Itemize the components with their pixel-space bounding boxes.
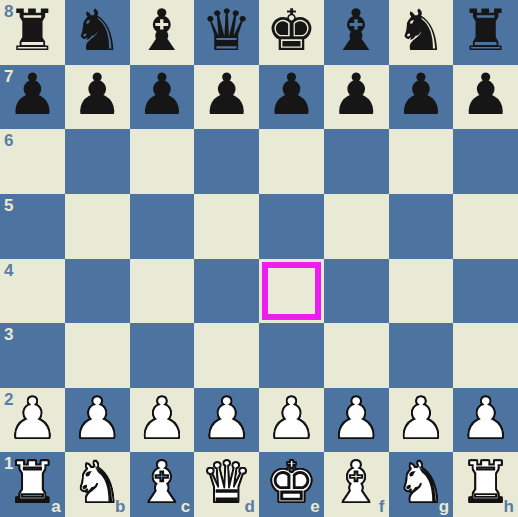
square-a7[interactable]: 7♟ [0, 65, 65, 130]
file-label-g: g [439, 498, 449, 515]
square-d8[interactable]: ♛ [194, 0, 259, 65]
piece-white-pawn: ♟ [201, 390, 252, 447]
square-c2[interactable]: ♟ [130, 388, 195, 453]
square-g2[interactable]: ♟ [389, 388, 454, 453]
square-g4[interactable] [389, 259, 454, 324]
square-g7[interactable]: ♟ [389, 65, 454, 130]
rank-label-8: 8 [4, 3, 13, 20]
rank-label-5: 5 [4, 197, 13, 214]
square-d1[interactable]: d♛ [194, 452, 259, 517]
piece-white-queen: ♛ [201, 454, 252, 511]
square-f2[interactable]: ♟ [324, 388, 389, 453]
square-c3[interactable] [130, 323, 195, 388]
square-f1[interactable]: f♝ [324, 452, 389, 517]
square-e6[interactable] [259, 129, 324, 194]
piece-black-king: ♚ [266, 2, 317, 59]
piece-white-pawn: ♟ [136, 390, 187, 447]
file-label-d: d [245, 498, 255, 515]
file-label-c: c [181, 498, 190, 515]
square-b1[interactable]: b♞ [65, 452, 130, 517]
square-a4[interactable]: 4 [0, 259, 65, 324]
square-f4[interactable] [324, 259, 389, 324]
piece-black-pawn: ♟ [136, 66, 187, 123]
square-e8[interactable]: ♚ [259, 0, 324, 65]
square-e5[interactable] [259, 194, 324, 259]
square-g6[interactable] [389, 129, 454, 194]
square-c7[interactable]: ♟ [130, 65, 195, 130]
square-c8[interactable]: ♝ [130, 0, 195, 65]
square-d2[interactable]: ♟ [194, 388, 259, 453]
square-f8[interactable]: ♝ [324, 0, 389, 65]
rank-label-3: 3 [4, 326, 13, 343]
square-e3[interactable] [259, 323, 324, 388]
square-f5[interactable] [324, 194, 389, 259]
piece-black-queen: ♛ [201, 2, 252, 59]
square-b4[interactable] [65, 259, 130, 324]
square-b6[interactable] [65, 129, 130, 194]
piece-white-pawn: ♟ [331, 390, 382, 447]
piece-white-pawn: ♟ [7, 390, 58, 447]
square-b2[interactable]: ♟ [65, 388, 130, 453]
square-h1[interactable]: h♜ [453, 452, 518, 517]
square-b8[interactable]: ♞ [65, 0, 130, 65]
square-c4[interactable] [130, 259, 195, 324]
square-a8[interactable]: 8♜ [0, 0, 65, 65]
square-c1[interactable]: c♝ [130, 452, 195, 517]
piece-black-rook: ♜ [460, 2, 511, 59]
square-h8[interactable]: ♜ [453, 0, 518, 65]
piece-black-bishop: ♝ [136, 2, 187, 59]
square-e2[interactable]: ♟ [259, 388, 324, 453]
square-e1[interactable]: e♚ [259, 452, 324, 517]
piece-black-pawn: ♟ [331, 66, 382, 123]
square-h3[interactable] [453, 323, 518, 388]
square-d4[interactable] [194, 259, 259, 324]
square-f3[interactable] [324, 323, 389, 388]
piece-white-knight: ♞ [395, 454, 446, 511]
square-b3[interactable] [65, 323, 130, 388]
file-label-a: a [51, 498, 60, 515]
square-g5[interactable] [389, 194, 454, 259]
piece-black-bishop: ♝ [331, 2, 382, 59]
rank-label-4: 4 [4, 262, 13, 279]
piece-black-pawn: ♟ [7, 66, 58, 123]
piece-black-rook: ♜ [7, 2, 58, 59]
piece-white-knight: ♞ [72, 454, 123, 511]
file-label-f: f [379, 498, 385, 515]
square-a5[interactable]: 5 [0, 194, 65, 259]
square-f7[interactable]: ♟ [324, 65, 389, 130]
piece-white-rook: ♜ [7, 454, 58, 511]
piece-black-pawn: ♟ [395, 66, 446, 123]
piece-black-knight: ♞ [72, 2, 123, 59]
file-label-e: e [310, 498, 319, 515]
square-a1[interactable]: 1a♜ [0, 452, 65, 517]
square-c5[interactable] [130, 194, 195, 259]
piece-white-bishop: ♝ [136, 454, 187, 511]
rank-label-6: 6 [4, 132, 13, 149]
square-h7[interactable]: ♟ [453, 65, 518, 130]
square-h6[interactable] [453, 129, 518, 194]
square-d5[interactable] [194, 194, 259, 259]
file-label-h: h [504, 498, 514, 515]
piece-black-pawn: ♟ [201, 66, 252, 123]
highlight-square-e4 [262, 262, 321, 321]
square-b7[interactable]: ♟ [65, 65, 130, 130]
square-h2[interactable]: ♟ [453, 388, 518, 453]
piece-black-pawn: ♟ [460, 66, 511, 123]
square-a3[interactable]: 3 [0, 323, 65, 388]
chess-board: 8♜♞♝♛♚♝♞♜7♟♟♟♟♟♟♟♟65432♟♟♟♟♟♟♟♟1a♜b♞c♝d♛… [0, 0, 518, 517]
rank-label-7: 7 [4, 68, 13, 85]
piece-white-pawn: ♟ [395, 390, 446, 447]
square-e7[interactable]: ♟ [259, 65, 324, 130]
rank-label-1: 1 [4, 455, 13, 472]
piece-white-bishop: ♝ [331, 454, 382, 511]
square-b5[interactable] [65, 194, 130, 259]
square-f6[interactable] [324, 129, 389, 194]
square-h4[interactable] [453, 259, 518, 324]
file-label-b: b [115, 498, 125, 515]
piece-white-pawn: ♟ [266, 390, 317, 447]
rank-label-2: 2 [4, 391, 13, 408]
piece-black-pawn: ♟ [266, 66, 317, 123]
square-d6[interactable] [194, 129, 259, 194]
piece-white-pawn: ♟ [460, 390, 511, 447]
square-g3[interactable] [389, 323, 454, 388]
square-d7[interactable]: ♟ [194, 65, 259, 130]
square-c6[interactable] [130, 129, 195, 194]
square-h5[interactable] [453, 194, 518, 259]
piece-white-rook: ♜ [460, 454, 511, 511]
square-d3[interactable] [194, 323, 259, 388]
piece-black-knight: ♞ [395, 2, 446, 59]
square-a2[interactable]: 2♟ [0, 388, 65, 453]
square-g8[interactable]: ♞ [389, 0, 454, 65]
piece-white-pawn: ♟ [72, 390, 123, 447]
piece-black-pawn: ♟ [72, 66, 123, 123]
piece-white-king: ♚ [266, 454, 317, 511]
square-e4[interactable] [259, 259, 324, 324]
square-g1[interactable]: g♞ [389, 452, 454, 517]
square-a6[interactable]: 6 [0, 129, 65, 194]
